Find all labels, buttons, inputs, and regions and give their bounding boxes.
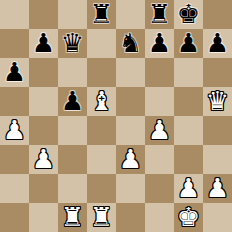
square-d7[interactable] — [87, 29, 116, 58]
square-e5[interactable] — [116, 87, 145, 116]
square-e8[interactable] — [116, 0, 145, 29]
square-d3[interactable] — [87, 145, 116, 174]
square-h2[interactable]: ♟ — [203, 174, 232, 203]
square-e1[interactable] — [116, 203, 145, 232]
square-d4[interactable] — [87, 116, 116, 145]
white-pawn[interactable]: ♟ — [177, 174, 200, 203]
square-g3[interactable] — [174, 145, 203, 174]
square-h7[interactable]: ♟ — [203, 29, 232, 58]
square-c5[interactable]: ♟ — [58, 87, 87, 116]
square-g5[interactable] — [174, 87, 203, 116]
square-g2[interactable]: ♟ — [174, 174, 203, 203]
black-pawn[interactable]: ♟ — [148, 29, 171, 58]
square-c3[interactable] — [58, 145, 87, 174]
square-e7[interactable]: ♞ — [116, 29, 145, 58]
square-d8[interactable]: ♜ — [87, 0, 116, 29]
square-a1[interactable] — [0, 203, 29, 232]
square-g1[interactable]: ♚ — [174, 203, 203, 232]
square-h6[interactable] — [203, 58, 232, 87]
square-c7[interactable]: ♛ — [58, 29, 87, 58]
white-bishop[interactable]: ♝ — [90, 87, 113, 116]
black-queen[interactable]: ♛ — [61, 29, 84, 58]
square-h5[interactable]: ♛ — [203, 87, 232, 116]
black-king[interactable]: ♚ — [177, 0, 200, 29]
square-a5[interactable] — [0, 87, 29, 116]
square-d1[interactable]: ♜ — [87, 203, 116, 232]
white-pawn[interactable]: ♟ — [3, 116, 26, 145]
square-f1[interactable] — [145, 203, 174, 232]
white-king[interactable]: ♚ — [177, 203, 200, 232]
square-h4[interactable] — [203, 116, 232, 145]
chess-board: ♜♜♚♟♛♞♟♟♟♟♟♝♛♟♟♟♟♟♟♜♜♚ — [0, 0, 232, 232]
black-pawn[interactable]: ♟ — [206, 29, 229, 58]
black-rook[interactable]: ♜ — [148, 0, 171, 29]
white-rook[interactable]: ♜ — [90, 203, 113, 232]
square-b3[interactable]: ♟ — [29, 145, 58, 174]
square-a2[interactable] — [0, 174, 29, 203]
square-c2[interactable] — [58, 174, 87, 203]
square-f4[interactable]: ♟ — [145, 116, 174, 145]
white-queen[interactable]: ♛ — [206, 87, 229, 116]
square-f3[interactable] — [145, 145, 174, 174]
white-pawn[interactable]: ♟ — [148, 116, 171, 145]
square-b5[interactable] — [29, 87, 58, 116]
square-g7[interactable]: ♟ — [174, 29, 203, 58]
square-h3[interactable] — [203, 145, 232, 174]
square-c4[interactable] — [58, 116, 87, 145]
black-pawn[interactable]: ♟ — [61, 87, 84, 116]
black-pawn[interactable]: ♟ — [32, 29, 55, 58]
square-b8[interactable] — [29, 0, 58, 29]
black-pawn[interactable]: ♟ — [3, 58, 26, 87]
square-e3[interactable]: ♟ — [116, 145, 145, 174]
square-f5[interactable] — [145, 87, 174, 116]
square-a8[interactable] — [0, 0, 29, 29]
black-pawn[interactable]: ♟ — [177, 29, 200, 58]
square-f6[interactable] — [145, 58, 174, 87]
square-a7[interactable] — [0, 29, 29, 58]
square-d2[interactable] — [87, 174, 116, 203]
square-e2[interactable] — [116, 174, 145, 203]
square-g4[interactable] — [174, 116, 203, 145]
black-knight[interactable]: ♞ — [119, 29, 142, 58]
square-g6[interactable] — [174, 58, 203, 87]
square-a3[interactable] — [0, 145, 29, 174]
square-e6[interactable] — [116, 58, 145, 87]
white-pawn[interactable]: ♟ — [32, 145, 55, 174]
square-b4[interactable] — [29, 116, 58, 145]
square-c6[interactable] — [58, 58, 87, 87]
square-c8[interactable] — [58, 0, 87, 29]
square-b7[interactable]: ♟ — [29, 29, 58, 58]
square-d6[interactable] — [87, 58, 116, 87]
square-f7[interactable]: ♟ — [145, 29, 174, 58]
square-a6[interactable]: ♟ — [0, 58, 29, 87]
white-pawn[interactable]: ♟ — [206, 174, 229, 203]
square-h1[interactable] — [203, 203, 232, 232]
white-rook[interactable]: ♜ — [61, 203, 84, 232]
square-f2[interactable] — [145, 174, 174, 203]
square-f8[interactable]: ♜ — [145, 0, 174, 29]
square-b1[interactable] — [29, 203, 58, 232]
square-d5[interactable]: ♝ — [87, 87, 116, 116]
white-pawn[interactable]: ♟ — [119, 145, 142, 174]
square-a4[interactable]: ♟ — [0, 116, 29, 145]
square-b2[interactable] — [29, 174, 58, 203]
square-b6[interactable] — [29, 58, 58, 87]
square-g8[interactable]: ♚ — [174, 0, 203, 29]
square-c1[interactable]: ♜ — [58, 203, 87, 232]
square-e4[interactable] — [116, 116, 145, 145]
black-rook[interactable]: ♜ — [90, 0, 113, 29]
square-h8[interactable] — [203, 0, 232, 29]
